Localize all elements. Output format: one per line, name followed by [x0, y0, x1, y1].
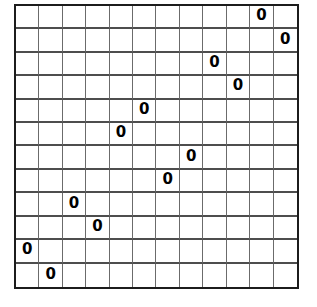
grid-cell-r1-c2 [39, 6, 62, 29]
grid-cell-r5-c7 [156, 100, 179, 123]
grid-cell-r1-c1 [16, 6, 39, 29]
grid-cell-r10-c2 [39, 217, 62, 240]
grid-cell-r6-c9 [203, 123, 226, 146]
grid-cell-r5-c10 [227, 100, 250, 123]
grid-cell-r6-c12 [274, 123, 297, 146]
grid-cell-r9-c3: 0 [63, 193, 86, 216]
grid-cell-r11-c4 [86, 240, 109, 263]
grid-cell-r4-c7 [156, 76, 179, 99]
mark-0: 0 [92, 219, 102, 234]
grid-cell-r8-c8 [180, 170, 203, 193]
grid-cell-r10-c11 [250, 217, 273, 240]
grid-cell-r12-c1 [16, 264, 39, 287]
grid-cell-r7-c4 [86, 146, 109, 169]
grid-cell-r9-c12 [274, 193, 297, 216]
puzzle-board: 000000000000 [14, 4, 299, 289]
grid-cell-r12-c10 [227, 264, 250, 287]
grid-cell-r6-c1 [16, 123, 39, 146]
grid-cell-r7-c7 [156, 146, 179, 169]
grid-cell-r3-c5 [110, 53, 133, 76]
grid-cell-r1-c9 [203, 6, 226, 29]
grid-cell-r7-c6 [133, 146, 156, 169]
grid-cell-r7-c1 [16, 146, 39, 169]
mark-0: 0 [22, 242, 32, 257]
grid-cell-r4-c11 [250, 76, 273, 99]
grid-cell-r10-c6 [133, 217, 156, 240]
grid-cell-r12-c9 [203, 264, 226, 287]
grid-cell-r2-c12: 0 [274, 29, 297, 52]
grid-cell-r1-c7 [156, 6, 179, 29]
grid-cell-r9-c6 [133, 193, 156, 216]
grid-cell-r12-c2: 0 [39, 264, 62, 287]
grid-cell-r11-c9 [203, 240, 226, 263]
grid-cell-r11-c7 [156, 240, 179, 263]
grid-cell-r2-c11 [250, 29, 273, 52]
grid-cell-r7-c9 [203, 146, 226, 169]
grid-cell-r7-c3 [63, 146, 86, 169]
grid-cell-r10-c10 [227, 217, 250, 240]
mark-0: 0 [116, 125, 126, 140]
grid-cell-r5-c8 [180, 100, 203, 123]
grid-cell-r9-c4 [86, 193, 109, 216]
page: 000000000000 [0, 0, 317, 307]
grid-cell-r11-c6 [133, 240, 156, 263]
grid-cell-r8-c7: 0 [156, 170, 179, 193]
grid-cell-r8-c2 [39, 170, 62, 193]
grid-cell-r11-c2 [39, 240, 62, 263]
grid-cell-r12-c12 [274, 264, 297, 287]
mark-0: 0 [139, 102, 149, 117]
grid-cell-r8-c10 [227, 170, 250, 193]
grid-cell-r1-c4 [86, 6, 109, 29]
grid-cell-r4-c12 [274, 76, 297, 99]
grid-cell-r12-c5 [110, 264, 133, 287]
grid-cell-r9-c11 [250, 193, 273, 216]
grid-cell-r10-c8 [180, 217, 203, 240]
grid-cell-r4-c3 [63, 76, 86, 99]
grid-cell-r5-c4 [86, 100, 109, 123]
grid-cell-r2-c3 [63, 29, 86, 52]
grid-cell-r3-c7 [156, 53, 179, 76]
grid-cell-r10-c3 [63, 217, 86, 240]
grid-cell-r11-c1: 0 [16, 240, 39, 263]
grid-cell-r6-c4 [86, 123, 109, 146]
grid-cell-r11-c11 [250, 240, 273, 263]
mark-0: 0 [280, 32, 290, 47]
grid-cell-r9-c5 [110, 193, 133, 216]
grid-cell-r9-c1 [16, 193, 39, 216]
grid-cell-r1-c3 [63, 6, 86, 29]
grid-cell-r10-c4: 0 [86, 217, 109, 240]
grid-cell-r2-c2 [39, 29, 62, 52]
grid-cell-r6-c11 [250, 123, 273, 146]
grid-cell-r1-c11: 0 [250, 6, 273, 29]
mark-0: 0 [256, 8, 266, 23]
grid-cell-r8-c9 [203, 170, 226, 193]
grid-cell-r5-c6: 0 [133, 100, 156, 123]
grid-cell-r4-c9 [203, 76, 226, 99]
grid-cell-r4-c10: 0 [227, 76, 250, 99]
grid-cell-r12-c11 [250, 264, 273, 287]
grid-cell-r1-c8 [180, 6, 203, 29]
grid-cell-r2-c6 [133, 29, 156, 52]
grid-cell-r7-c10 [227, 146, 250, 169]
grid-cell-r5-c1 [16, 100, 39, 123]
grid-cell-r2-c8 [180, 29, 203, 52]
grid-cell-r8-c6 [133, 170, 156, 193]
grid-cell-r4-c5 [110, 76, 133, 99]
grid-cell-r9-c7 [156, 193, 179, 216]
grid-cell-r6-c8 [180, 123, 203, 146]
grid-cell-r8-c1 [16, 170, 39, 193]
grid-cell-r9-c8 [180, 193, 203, 216]
grid-cell-r11-c10 [227, 240, 250, 263]
grid-cell-r12-c6 [133, 264, 156, 287]
grid-cell-r9-c9 [203, 193, 226, 216]
grid-cell-r3-c10 [227, 53, 250, 76]
mark-0: 0 [233, 78, 243, 93]
grid-cell-r9-c2 [39, 193, 62, 216]
grid-cell-r7-c12 [274, 146, 297, 169]
grid-cell-r9-c10 [227, 193, 250, 216]
grid-cell-r3-c12 [274, 53, 297, 76]
grid-cell-r5-c3 [63, 100, 86, 123]
grid-cell-r2-c10 [227, 29, 250, 52]
grid-cell-r1-c5 [110, 6, 133, 29]
grid-cell-r5-c9 [203, 100, 226, 123]
grid-cell-r2-c1 [16, 29, 39, 52]
grid-cell-r3-c2 [39, 53, 62, 76]
grid-cell-r10-c5 [110, 217, 133, 240]
grid-cell-r11-c3 [63, 240, 86, 263]
grid-cell-r1-c12 [274, 6, 297, 29]
grid-cell-r6-c6 [133, 123, 156, 146]
mark-0: 0 [45, 267, 55, 282]
grid-cell-r8-c3 [63, 170, 86, 193]
grid-cell-r7-c8: 0 [180, 146, 203, 169]
grid-cell-r2-c4 [86, 29, 109, 52]
grid-cell-r4-c6 [133, 76, 156, 99]
mark-0: 0 [162, 172, 172, 187]
grid-cell-r3-c3 [63, 53, 86, 76]
grid-cell-r2-c5 [110, 29, 133, 52]
mark-0: 0 [69, 196, 79, 211]
grid-cell-r12-c7 [156, 264, 179, 287]
grid-cell-r7-c11 [250, 146, 273, 169]
grid-cell-r6-c10 [227, 123, 250, 146]
grid-cell-r8-c11 [250, 170, 273, 193]
grid-cell-r3-c4 [86, 53, 109, 76]
grid-cell-r3-c11 [250, 53, 273, 76]
grid-cell-r2-c7 [156, 29, 179, 52]
grid-cell-r3-c1 [16, 53, 39, 76]
grid-cell-r11-c12 [274, 240, 297, 263]
grid-cell-r11-c8 [180, 240, 203, 263]
grid-cell-r1-c10 [227, 6, 250, 29]
grid-cell-r10-c12 [274, 217, 297, 240]
grid-cell-r8-c4 [86, 170, 109, 193]
grid-cell-r1-c6 [133, 6, 156, 29]
grid-cell-r6-c7 [156, 123, 179, 146]
grid-cell-r4-c2 [39, 76, 62, 99]
grid-cell-r10-c7 [156, 217, 179, 240]
grid-cell-r10-c9 [203, 217, 226, 240]
grid-cell-r4-c4 [86, 76, 109, 99]
grid-cell-r4-c8 [180, 76, 203, 99]
grid-cell-r8-c5 [110, 170, 133, 193]
grid-cell-r5-c12 [274, 100, 297, 123]
grid-cell-r11-c5 [110, 240, 133, 263]
grid-cell-r6-c2 [39, 123, 62, 146]
grid-cell-r3-c6 [133, 53, 156, 76]
grid-cell-r10-c1 [16, 217, 39, 240]
grid-cell-r4-c1 [16, 76, 39, 99]
grid-cell-r3-c9: 0 [203, 53, 226, 76]
grid-cell-r7-c5 [110, 146, 133, 169]
grid-cell-r12-c4 [86, 264, 109, 287]
grid-cell-r5-c2 [39, 100, 62, 123]
mark-0: 0 [209, 55, 219, 70]
grid-cell-r3-c8 [180, 53, 203, 76]
grid-cell-r7-c2 [39, 146, 62, 169]
mark-0: 0 [186, 149, 196, 164]
grid-cell-r12-c3 [63, 264, 86, 287]
grid-cell-r5-c11 [250, 100, 273, 123]
grid-cell-r12-c8 [180, 264, 203, 287]
grid-cell-r6-c3 [63, 123, 86, 146]
grid-cell-r5-c5 [110, 100, 133, 123]
grid-cell-r8-c12 [274, 170, 297, 193]
grid-cell-r6-c5: 0 [110, 123, 133, 146]
grid-cell-r2-c9 [203, 29, 226, 52]
